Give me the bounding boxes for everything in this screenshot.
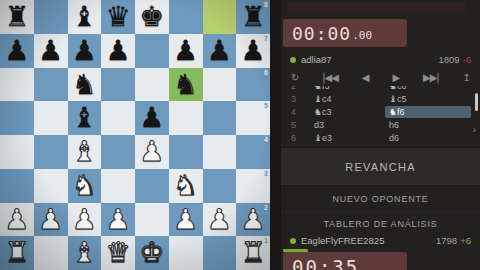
square-b7[interactable]: ♟ [34,34,68,68]
white-knight[interactable]: ♞ [169,169,203,203]
white-pawn[interactable]: ♟ [101,203,135,237]
square-g5[interactable] [203,101,237,135]
rematch-button-label: REVANCHA [345,161,416,173]
square-a1[interactable]: ♜ [0,236,34,270]
previous-move-button[interactable]: ◀ [362,70,369,86]
white-pawn[interactable]: ♟ [34,203,68,237]
black-rook[interactable]: ♜ [0,0,34,34]
square-a4[interactable] [0,135,34,169]
square-e5[interactable]: ♟ [135,101,169,135]
square-b2[interactable]: ♟ [34,203,68,237]
opponent-clock-tenths: .00 [352,25,372,42]
move-number: 2 [291,86,310,91]
square-e4[interactable]: ♟ [135,135,169,169]
player-rating-change: +6 [460,235,471,246]
move-row: 4♞c3♞f6 [281,105,480,118]
square-c6[interactable]: ♞ [68,68,102,102]
rank-label: 1 [264,237,268,244]
square-h3[interactable]: 3 [236,169,270,203]
square-a2[interactable]: ♟ [0,203,34,237]
player-row: EagleFlyFREE2825 1798 +6 [281,233,480,248]
move-row: 3♝c4♝c5 [281,92,480,105]
square-h5[interactable]: 5 [236,101,270,135]
white-bishop[interactable]: ♝ [68,135,102,169]
square-d2[interactable]: ♟ [101,203,135,237]
square-h1[interactable]: ♜1 [236,236,270,270]
move-list[interactable]: 2♞f3♞c63♝c4♝c54♞c3♞f65d3h66♝e3d6 › [281,86,480,143]
app-window: ♜♝♛♚♜8♟♟♟♟♟♟♟7♞♞6♝♟5♝♟4♞♞3♟♟♟♟♟♟♟2♜♝♛♚♜1… [0,0,480,270]
square-g6[interactable] [203,68,237,102]
square-c7[interactable]: ♟ [68,34,102,68]
black-bishop[interactable]: ♝ [68,101,102,135]
move-black[interactable]: d6 [385,132,471,143]
move-rows: 2♞f3♞c63♝c4♝c54♞c3♞f65d3h66♝e3d6 [281,86,480,143]
square-g2[interactable]: ♟ [203,203,237,237]
square-f4[interactable] [169,135,203,169]
rank-label: 2 [264,204,268,211]
white-knight[interactable]: ♞ [68,169,102,203]
online-dot-icon [290,238,296,244]
new-opponent-label: NUEVO OPONENTE [332,194,428,204]
square-f6[interactable]: ♞ [169,68,203,102]
move-number: 3 [291,94,310,104]
square-e7[interactable] [135,34,169,68]
player-clock: 00:35 [283,252,407,270]
square-d1[interactable]: ♛ [101,236,135,270]
square-f7[interactable]: ♟ [169,34,203,68]
white-pawn[interactable]: ♟ [169,203,203,237]
black-pawn[interactable]: ♟ [135,101,169,135]
square-c2[interactable]: ♟ [68,203,102,237]
square-d5[interactable] [101,101,135,135]
square-c4[interactable]: ♝ [68,135,102,169]
white-rook[interactable]: ♜ [0,236,34,270]
square-g8[interactable] [203,0,237,34]
rank-label: 7 [264,35,268,42]
next-move-button[interactable]: ▶ [392,70,399,86]
black-pawn[interactable]: ♟ [68,34,102,68]
white-queen[interactable]: ♛ [101,236,135,270]
move-row: 6♝e3d6 [281,132,480,143]
move-white[interactable]: ♞c3 [310,106,385,118]
square-h8[interactable]: ♜8 [236,0,270,34]
opponent-rating-change: -6 [463,54,471,65]
square-b6[interactable] [34,68,68,102]
square-c5[interactable]: ♝ [68,101,102,135]
opponent-name[interactable]: adlia87 [301,54,332,65]
square-e3[interactable] [135,169,169,203]
square-c8[interactable]: ♝ [68,0,102,34]
square-g4[interactable] [203,135,237,169]
rank-label: 6 [264,69,268,76]
square-f8[interactable] [169,0,203,34]
square-f1[interactable] [169,236,203,270]
square-b3[interactable] [34,169,68,203]
black-queen[interactable]: ♛ [101,0,135,34]
square-d4[interactable] [101,135,135,169]
white-pawn[interactable]: ♟ [135,135,169,169]
white-king[interactable]: ♚ [135,236,169,270]
square-g3[interactable] [203,169,237,203]
move-black[interactable]: ♞c6 [385,86,471,92]
top-strip [288,2,466,13]
move-row: 2♞f3♞c6 [281,86,480,92]
move-white[interactable]: d3 [310,119,385,131]
new-opponent-button[interactable]: NUEVO OPONENTE [281,186,480,211]
move-number: 5 [291,120,310,130]
white-pawn[interactable]: ♟ [0,203,34,237]
first-move-button[interactable]: |◀◀ [322,70,338,86]
square-b5[interactable] [34,101,68,135]
online-dot-icon [290,57,296,63]
square-f5[interactable] [169,101,203,135]
black-bishop[interactable]: ♝ [68,0,102,34]
square-d7[interactable]: ♟ [101,34,135,68]
square-a3[interactable] [0,169,34,203]
black-king[interactable]: ♚ [135,0,169,34]
square-e8[interactable]: ♚ [135,0,169,34]
game-sidebar: 00:00.00 adlia87 1809 -6 ↻|◀◀◀▶▶▶|↥ 2♞f3… [281,0,480,270]
move-black[interactable]: ♞f6 [385,106,471,118]
opponent-clock-time: 00:00 [292,23,351,44]
last-move-button[interactable]: ▶▶| [423,70,439,86]
rank-label: 4 [264,136,268,143]
move-row: 5d3h6 [281,119,480,132]
black-pawn[interactable]: ♟ [0,34,34,68]
square-g1[interactable] [203,236,237,270]
replay-icon[interactable]: ↻ [291,70,298,86]
square-b4[interactable] [34,135,68,169]
move-number: 6 [291,133,310,143]
black-pawn[interactable]: ♟ [203,34,237,68]
opponent-clock: 00:00.00 [283,19,407,47]
analysis-board-label: TABLERO DE ANÁLISIS [323,219,437,229]
black-pawn[interactable]: ♟ [101,34,135,68]
square-b1[interactable] [34,236,68,270]
square-e2[interactable] [135,203,169,237]
black-pawn[interactable]: ♟ [34,34,68,68]
square-g7[interactable]: ♟ [203,34,237,68]
square-a7[interactable]: ♟ [0,34,34,68]
square-h6[interactable]: 6 [236,68,270,102]
player-name[interactable]: EagleFlyFREE2825 [301,235,384,246]
square-d8[interactable]: ♛ [101,0,135,34]
square-f2[interactable]: ♟ [169,203,203,237]
nav-bar: ↻|◀◀◀▶▶▶|↥ [281,70,480,86]
black-knight[interactable]: ♞ [68,68,102,102]
white-pawn[interactable]: ♟ [68,203,102,237]
move-list-scrollbar[interactable] [475,93,479,111]
white-bishop[interactable]: ♝ [68,236,102,270]
square-e1[interactable]: ♚ [135,236,169,270]
black-pawn[interactable]: ♟ [169,34,203,68]
square-a8[interactable]: ♜ [0,0,34,34]
square-a5[interactable] [0,101,34,135]
square-h2[interactable]: ♟2 [236,203,270,237]
opponent-row: adlia87 1809 -6 [281,52,480,67]
opponent-rating: 1809 [438,54,459,65]
square-h7[interactable]: ♟7 [236,34,270,68]
player-clock-time: 00:35 [292,256,359,270]
move-black[interactable]: ♝c5 [385,93,471,105]
rematch-button[interactable]: REVANCHA [281,147,480,186]
rank-label: 5 [264,102,268,109]
player-rating: 1798 [436,235,457,246]
black-knight[interactable]: ♞ [169,68,203,102]
square-f3[interactable]: ♞ [169,169,203,203]
rank-label: 8 [264,1,268,8]
rank-label: 3 [264,170,268,177]
move-black[interactable]: h6 [385,119,471,131]
move-white[interactable]: ♝e3 [310,132,385,143]
square-e6[interactable] [135,68,169,102]
square-b8[interactable] [34,0,68,34]
board: ♜♝♛♚♜8♟♟♟♟♟♟♟7♞♞6♝♟5♝♟4♞♞3♟♟♟♟♟♟♟2♜♝♛♚♜1 [0,0,270,270]
square-a6[interactable] [0,68,34,102]
chevron-icon[interactable]: › [473,124,476,135]
move-white[interactable]: ♝c4 [310,93,385,105]
square-h4[interactable]: 4 [236,135,270,169]
move-white[interactable]: ♞f3 [310,86,385,92]
share-icon[interactable]: ↥ [463,70,470,86]
square-c1[interactable]: ♝ [68,236,102,270]
square-c3[interactable]: ♞ [68,169,102,203]
white-pawn[interactable]: ♟ [203,203,237,237]
move-number: 4 [291,107,310,117]
square-d3[interactable] [101,169,135,203]
square-d6[interactable] [101,68,135,102]
